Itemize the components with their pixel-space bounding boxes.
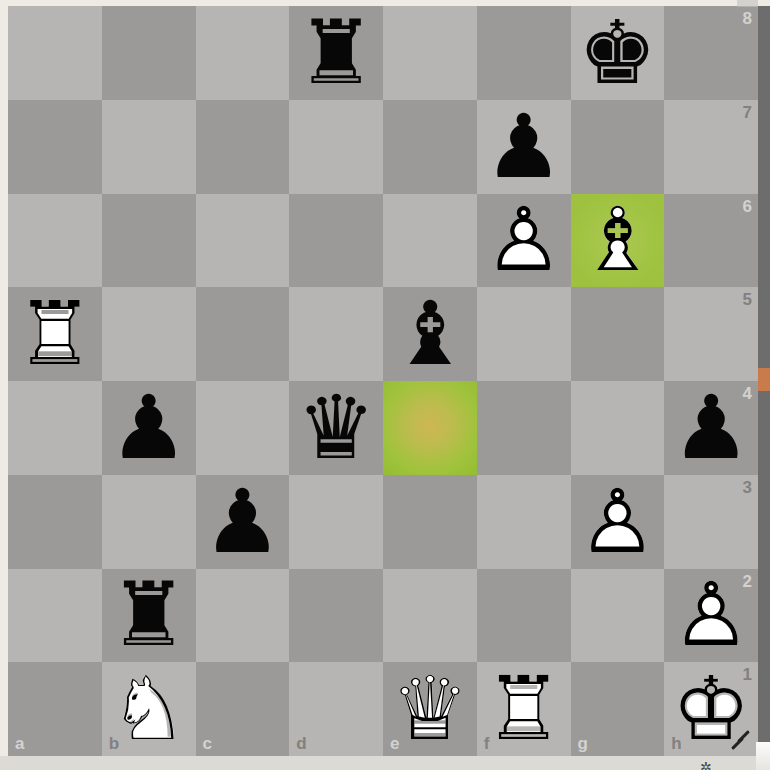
- square-f6[interactable]: ♟♙: [477, 194, 571, 288]
- square-g5[interactable]: [571, 287, 665, 381]
- square-a5[interactable]: ♜♖: [8, 287, 102, 381]
- white-rook-piece[interactable]: ♜♖: [8, 287, 102, 381]
- cropped-ui-fragment: [737, 0, 758, 7]
- file-label-g: g: [578, 734, 588, 754]
- square-e6[interactable]: [383, 194, 477, 288]
- black-pawn-piece[interactable]: ♟: [102, 381, 196, 475]
- white-pawn-outline-icon: ♙: [477, 194, 571, 288]
- square-g2[interactable]: [571, 569, 665, 663]
- square-e2[interactable]: [383, 569, 477, 663]
- white-bishop-icon: ♝: [571, 194, 665, 288]
- rank-label-6: 6: [743, 197, 752, 217]
- square-g7[interactable]: [571, 100, 665, 194]
- square-b6[interactable]: [102, 194, 196, 288]
- file-label-b: b: [109, 734, 119, 754]
- square-c5[interactable]: [196, 287, 290, 381]
- square-c6[interactable]: [196, 194, 290, 288]
- white-bishop-piece[interactable]: ♝♗: [571, 194, 665, 288]
- white-pawn-piece[interactable]: ♟♙: [477, 194, 571, 288]
- square-c7[interactable]: [196, 100, 290, 194]
- square-e1[interactable]: ♛♕e: [383, 662, 477, 756]
- square-a8[interactable]: [8, 6, 102, 100]
- white-rook-outline-icon: ♖: [477, 662, 571, 756]
- white-rook-outline-icon: ♖: [8, 287, 102, 381]
- square-f7[interactable]: ♟: [477, 100, 571, 194]
- square-c3[interactable]: ♟: [196, 475, 290, 569]
- square-a1[interactable]: a: [8, 662, 102, 756]
- square-g1[interactable]: g: [571, 662, 665, 756]
- square-d5[interactable]: [289, 287, 383, 381]
- square-b8[interactable]: [102, 6, 196, 100]
- square-b4[interactable]: ♟: [102, 381, 196, 475]
- square-b1[interactable]: ♞♘b: [102, 662, 196, 756]
- black-pawn-icon: ♟: [102, 381, 196, 475]
- black-pawn-piece[interactable]: ♟: [196, 475, 290, 569]
- rank-label-5: 5: [743, 290, 752, 310]
- rank-label-7: 7: [743, 103, 752, 123]
- square-d3[interactable]: [289, 475, 383, 569]
- square-d4[interactable]: ♛: [289, 381, 383, 475]
- square-d7[interactable]: [289, 100, 383, 194]
- square-a7[interactable]: [8, 100, 102, 194]
- square-h5[interactable]: 5: [664, 287, 758, 381]
- white-rook-piece[interactable]: ♜♖: [477, 662, 571, 756]
- square-h6[interactable]: 6: [664, 194, 758, 288]
- square-f3[interactable]: [477, 475, 571, 569]
- square-h7[interactable]: 7: [664, 100, 758, 194]
- square-f4[interactable]: [477, 381, 571, 475]
- square-g8[interactable]: ♚: [571, 6, 665, 100]
- rank-label-3: 3: [743, 478, 752, 498]
- file-label-h: h: [671, 734, 681, 754]
- white-bishop-outline-icon: ♗: [571, 194, 665, 288]
- file-label-e: e: [390, 734, 399, 754]
- square-e7[interactable]: [383, 100, 477, 194]
- square-e8[interactable]: [383, 6, 477, 100]
- white-rook-icon: ♜: [477, 662, 571, 756]
- square-g4[interactable]: [571, 381, 665, 475]
- black-queen-piece[interactable]: ♛: [289, 381, 383, 475]
- square-g6[interactable]: ♝♗: [571, 194, 665, 288]
- black-rook-piece[interactable]: ♜: [102, 569, 196, 663]
- square-h3[interactable]: 3: [664, 475, 758, 569]
- white-pawn-icon: ♟: [477, 194, 571, 288]
- square-b5[interactable]: [102, 287, 196, 381]
- square-e4[interactable]: [383, 381, 477, 475]
- black-rook-piece[interactable]: ♜: [289, 6, 383, 100]
- square-c2[interactable]: [196, 569, 290, 663]
- scrollbar-track[interactable]: [758, 6, 770, 742]
- rank-label-1: 1: [743, 665, 752, 685]
- black-king-piece[interactable]: ♚: [571, 6, 665, 100]
- square-d8[interactable]: ♜: [289, 6, 383, 100]
- black-rook-icon: ♜: [289, 6, 383, 100]
- square-h2[interactable]: ♟♙2: [664, 569, 758, 663]
- cropped-glyph-fragment: ✲: [700, 760, 712, 770]
- square-f8[interactable]: [477, 6, 571, 100]
- square-a3[interactable]: [8, 475, 102, 569]
- black-pawn-piece[interactable]: ♟: [477, 100, 571, 194]
- black-rook-icon: ♜: [102, 569, 196, 663]
- scrollbar-orange-marker[interactable]: [758, 368, 770, 391]
- square-b3[interactable]: [102, 475, 196, 569]
- board-resize-handle[interactable]: [728, 728, 754, 752]
- white-rook-icon: ♜: [8, 287, 102, 381]
- square-a4[interactable]: [8, 381, 102, 475]
- square-h4[interactable]: ♟4: [664, 381, 758, 475]
- rank-label-2: 2: [743, 572, 752, 592]
- square-c4[interactable]: [196, 381, 290, 475]
- square-a6[interactable]: [8, 194, 102, 288]
- white-pawn-piece[interactable]: ♟♙: [571, 475, 665, 569]
- black-pawn-icon: ♟: [196, 475, 290, 569]
- file-label-d: d: [296, 734, 306, 754]
- square-e3[interactable]: [383, 475, 477, 569]
- bottom-page-margin: [0, 756, 770, 770]
- square-b7[interactable]: [102, 100, 196, 194]
- square-h8[interactable]: 8: [664, 6, 758, 100]
- black-bishop-piece[interactable]: ♝: [383, 287, 477, 381]
- black-bishop-icon: ♝: [383, 287, 477, 381]
- black-queen-icon: ♛: [289, 381, 383, 475]
- square-d1[interactable]: d: [289, 662, 383, 756]
- rank-label-4: 4: [743, 384, 752, 404]
- black-pawn-icon: ♟: [477, 100, 571, 194]
- black-king-icon: ♚: [571, 6, 665, 100]
- chess-board: ♜♚8♟7♟♙♝♗6♜♖♝5♟♛♟4♟♟♙3♜♟♙2a♞♘bcd♛♕e♜♖fg♚…: [8, 6, 758, 756]
- square-a2[interactable]: [8, 569, 102, 663]
- square-e5[interactable]: ♝: [383, 287, 477, 381]
- square-c8[interactable]: [196, 6, 290, 100]
- white-pawn-icon: ♟: [571, 475, 665, 569]
- square-f5[interactable]: [477, 287, 571, 381]
- square-f1[interactable]: ♜♖f: [477, 662, 571, 756]
- file-label-c: c: [203, 734, 212, 754]
- square-b2[interactable]: ♜: [102, 569, 196, 663]
- white-pawn-outline-icon: ♙: [571, 475, 665, 569]
- square-f2[interactable]: [477, 569, 571, 663]
- square-d6[interactable]: [289, 194, 383, 288]
- rank-label-8: 8: [743, 9, 752, 29]
- file-label-a: a: [15, 734, 24, 754]
- bottom-right-corner-block: [756, 742, 770, 770]
- square-c1[interactable]: c: [196, 662, 290, 756]
- square-d2[interactable]: [289, 569, 383, 663]
- square-g3[interactable]: ♟♙: [571, 475, 665, 569]
- file-label-f: f: [484, 734, 490, 754]
- page: ♜♚8♟7♟♙♝♗6♜♖♝5♟♛♟4♟♟♙3♜♟♙2a♞♘bcd♛♕e♜♖fg♚…: [0, 0, 770, 770]
